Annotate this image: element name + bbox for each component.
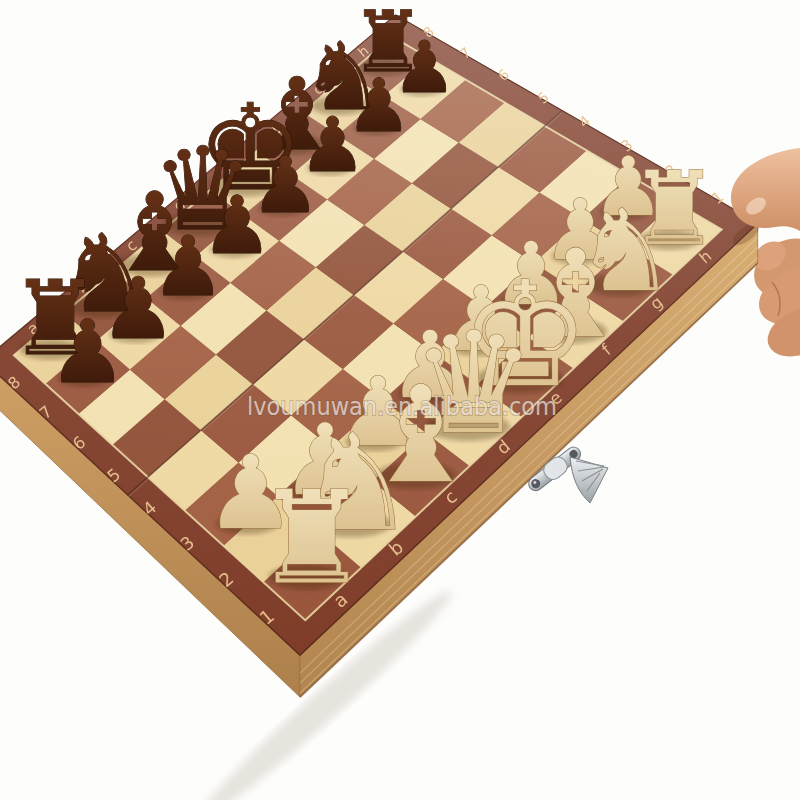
scene: aabbccddeeffgghh1122334455667788♜♟♞♟♝♟♚♟…: [0, 0, 800, 800]
product-photo: aabbccddeeffgghh1122334455667788♜♟♞♟♝♟♚♟…: [0, 0, 800, 800]
piece-white-rook-a1[interactable]: ♜: [255, 464, 369, 612]
piece-black-pawn-a7[interactable]: ♟: [48, 301, 126, 403]
watermark: lvoumuwan.en.alibaba.com: [247, 391, 557, 421]
